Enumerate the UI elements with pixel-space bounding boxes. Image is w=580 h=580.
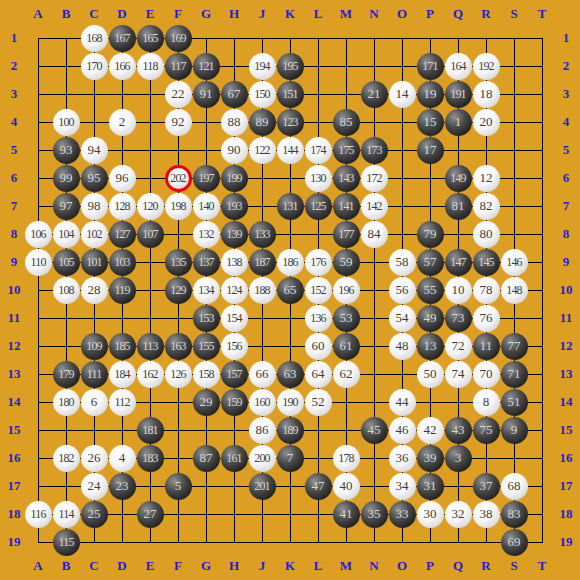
column-label-top: M	[335, 6, 357, 22]
move-number: 193	[226, 199, 242, 214]
move-number: 173	[366, 143, 382, 158]
stone-J9-black: 187	[249, 249, 276, 276]
move-number: 5	[175, 478, 182, 494]
stone-C7-white: 98	[81, 193, 108, 220]
stone-Q6-black: 149	[445, 165, 472, 192]
move-number: 41	[340, 506, 353, 522]
row-label-left: 19	[3, 534, 25, 550]
move-number: 75	[480, 422, 493, 438]
stone-N18-black: 35	[361, 501, 388, 528]
stone-Q15-black: 43	[445, 417, 472, 444]
stone-G16-black: 87	[193, 445, 220, 472]
row-label-left: 11	[3, 310, 25, 326]
move-number: 190	[282, 395, 298, 410]
row-label-left: 8	[3, 226, 25, 242]
move-number: 99	[60, 170, 73, 186]
move-number: 105	[58, 255, 74, 270]
stone-E15-black: 181	[137, 417, 164, 444]
stone-F2-black: 117	[165, 53, 192, 80]
stone-M16-white: 178	[333, 445, 360, 472]
move-number: 69	[508, 534, 521, 550]
move-number: 63	[284, 366, 297, 382]
stone-C14-white: 6	[81, 389, 108, 416]
stone-R10-white: 78	[473, 277, 500, 304]
move-number: 73	[452, 310, 465, 326]
stone-K5-white: 144	[277, 137, 304, 164]
move-number: 146	[506, 255, 522, 270]
stone-L13-white: 64	[305, 361, 332, 388]
stone-C2-white: 170	[81, 53, 108, 80]
move-number: 157	[226, 367, 242, 382]
row-label-right: 11	[555, 310, 577, 326]
move-number: 133	[254, 227, 270, 242]
stone-C18-black: 25	[81, 501, 108, 528]
stone-B7-black: 97	[53, 193, 80, 220]
move-number: 174	[310, 143, 326, 158]
move-number: 24	[88, 478, 101, 494]
stone-E18-black: 27	[137, 501, 164, 528]
move-number: 100	[58, 115, 74, 130]
move-number: 13	[424, 338, 437, 354]
column-label-top: S	[503, 6, 525, 22]
stone-M13-white: 62	[333, 361, 360, 388]
move-number: 136	[310, 311, 326, 326]
move-number: 183	[142, 451, 158, 466]
move-number: 96	[116, 170, 129, 186]
move-number: 68	[508, 478, 521, 494]
column-label-bottom: J	[251, 558, 273, 574]
row-label-left: 13	[3, 366, 25, 382]
move-number: 104	[58, 227, 74, 242]
stone-J15-white: 86	[249, 417, 276, 444]
move-number: 88	[228, 114, 241, 130]
move-number: 161	[226, 451, 242, 466]
move-number: 72	[452, 338, 465, 354]
row-label-right: 19	[555, 534, 577, 550]
stone-G14-black: 29	[193, 389, 220, 416]
stone-C1-white: 168	[81, 25, 108, 52]
move-number: 84	[368, 226, 381, 242]
stone-M7-black: 141	[333, 193, 360, 220]
move-number: 163	[170, 339, 186, 354]
stone-F17-black: 5	[165, 473, 192, 500]
stone-B14-white: 180	[53, 389, 80, 416]
move-number: 22	[172, 86, 185, 102]
move-number: 61	[340, 338, 353, 354]
stone-F4-white: 92	[165, 109, 192, 136]
move-number: 79	[424, 226, 437, 242]
stone-A8-white: 106	[25, 221, 52, 248]
move-number: 200	[254, 451, 270, 466]
row-label-left: 17	[3, 478, 25, 494]
row-label-right: 17	[555, 478, 577, 494]
move-number: 36	[396, 450, 409, 466]
move-number: 76	[480, 310, 493, 326]
stone-P10-black: 55	[417, 277, 444, 304]
stone-P16-black: 39	[417, 445, 444, 472]
row-label-right: 13	[555, 366, 577, 382]
column-label-top: K	[279, 6, 301, 22]
row-label-right: 14	[555, 394, 577, 410]
stone-P5-black: 17	[417, 137, 444, 164]
row-label-left: 7	[3, 198, 25, 214]
move-number: 137	[198, 255, 214, 270]
move-number: 39	[424, 450, 437, 466]
stone-D2-white: 166	[109, 53, 136, 80]
move-number: 176	[310, 255, 326, 270]
column-label-top: P	[419, 6, 441, 22]
column-label-bottom: N	[363, 558, 385, 574]
move-number: 59	[340, 254, 353, 270]
move-number: 43	[452, 422, 465, 438]
stone-M10-white: 196	[333, 277, 360, 304]
move-number: 66	[256, 366, 269, 382]
column-label-bottom: Q	[447, 558, 469, 574]
move-number: 20	[480, 114, 493, 130]
stone-S13-black: 71	[501, 361, 528, 388]
move-number: 12	[480, 170, 493, 186]
move-number: 106	[30, 227, 46, 242]
row-label-left: 9	[3, 254, 25, 270]
move-number: 143	[338, 171, 354, 186]
stone-E7-white: 120	[137, 193, 164, 220]
move-number: 181	[142, 423, 158, 438]
row-label-right: 18	[555, 506, 577, 522]
stone-O11-white: 54	[389, 305, 416, 332]
stone-D10-black: 119	[109, 277, 136, 304]
stone-N3-black: 21	[361, 81, 388, 108]
move-number: 31	[424, 478, 437, 494]
stone-S14-black: 51	[501, 389, 528, 416]
move-number: 44	[396, 394, 409, 410]
move-number: 192	[478, 59, 494, 74]
stone-G10-white: 134	[193, 277, 220, 304]
stone-K9-white: 186	[277, 249, 304, 276]
move-number: 138	[226, 255, 242, 270]
stone-G6-black: 197	[193, 165, 220, 192]
stone-M5-black: 175	[333, 137, 360, 164]
stone-P3-black: 19	[417, 81, 444, 108]
move-number: 52	[312, 394, 325, 410]
stone-R17-black: 37	[473, 473, 500, 500]
stone-R4-white: 20	[473, 109, 500, 136]
move-number: 160	[254, 395, 270, 410]
move-number: 56	[396, 282, 409, 298]
move-number: 32	[452, 506, 465, 522]
row-label-right: 2	[555, 58, 577, 74]
stone-S15-black: 9	[501, 417, 528, 444]
stone-P13-white: 50	[417, 361, 444, 388]
move-number: 162	[142, 367, 158, 382]
stone-L6-white: 130	[305, 165, 332, 192]
move-number: 198	[170, 199, 186, 214]
move-number: 89	[256, 114, 269, 130]
move-number: 115	[58, 535, 73, 550]
move-number: 14	[396, 86, 409, 102]
stone-D8-black: 127	[109, 221, 136, 248]
stone-R9-black: 145	[473, 249, 500, 276]
stone-J3-white: 150	[249, 81, 276, 108]
move-number: 201	[254, 479, 270, 494]
stone-H14-black: 159	[221, 389, 248, 416]
move-number: 42	[424, 422, 437, 438]
move-number: 117	[170, 59, 185, 74]
stone-Q11-black: 73	[445, 305, 472, 332]
move-number: 9	[511, 422, 518, 438]
stone-D1-black: 167	[109, 25, 136, 52]
row-label-left: 2	[3, 58, 25, 74]
stone-H4-white: 88	[221, 109, 248, 136]
move-number: 91	[200, 86, 213, 102]
stone-F12-black: 163	[165, 333, 192, 360]
stone-O9-white: 58	[389, 249, 416, 276]
move-number: 166	[114, 59, 130, 74]
move-number: 155	[198, 339, 214, 354]
stone-M11-black: 53	[333, 305, 360, 332]
move-number: 83	[508, 506, 521, 522]
move-number: 109	[86, 339, 102, 354]
stone-S12-black: 77	[501, 333, 528, 360]
row-label-right: 4	[555, 114, 577, 130]
move-number: 107	[142, 227, 158, 242]
move-number: 202	[170, 171, 186, 186]
column-label-bottom: M	[335, 558, 357, 574]
move-number: 71	[508, 366, 521, 382]
move-number: 125	[310, 199, 326, 214]
move-number: 196	[338, 283, 354, 298]
column-label-top: A	[27, 6, 49, 22]
move-number: 74	[452, 366, 465, 382]
stone-E8-black: 107	[137, 221, 164, 248]
stone-H13-black: 157	[221, 361, 248, 388]
stone-K13-black: 63	[277, 361, 304, 388]
stone-O17-white: 34	[389, 473, 416, 500]
move-number: 135	[170, 255, 186, 270]
stone-A18-white: 116	[25, 501, 52, 528]
stone-M12-black: 61	[333, 333, 360, 360]
stone-L11-white: 136	[305, 305, 332, 332]
stone-C10-white: 28	[81, 277, 108, 304]
move-number: 131	[282, 199, 298, 214]
stone-R8-white: 80	[473, 221, 500, 248]
stone-R6-white: 12	[473, 165, 500, 192]
move-number: 195	[282, 59, 298, 74]
stone-K16-black: 7	[277, 445, 304, 472]
move-number: 167	[114, 31, 130, 46]
row-label-right: 15	[555, 422, 577, 438]
move-number: 80	[480, 226, 493, 242]
stone-G12-black: 155	[193, 333, 220, 360]
column-label-bottom: S	[503, 558, 525, 574]
stone-S10-white: 148	[501, 277, 528, 304]
stone-H10-white: 124	[221, 277, 248, 304]
row-label-right: 3	[555, 86, 577, 102]
stone-J17-black: 201	[249, 473, 276, 500]
column-label-top: D	[111, 6, 133, 22]
stone-B19-black: 115	[53, 529, 80, 556]
row-label-left: 6	[3, 170, 25, 186]
move-number: 197	[198, 171, 214, 186]
move-number: 152	[310, 283, 326, 298]
move-number: 129	[170, 283, 186, 298]
move-number: 47	[312, 478, 325, 494]
stone-R14-white: 8	[473, 389, 500, 416]
stone-C9-black: 101	[81, 249, 108, 276]
stone-G2-black: 121	[193, 53, 220, 80]
column-label-bottom: G	[195, 558, 217, 574]
move-number: 144	[282, 143, 298, 158]
move-number: 26	[88, 450, 101, 466]
stone-C12-black: 109	[81, 333, 108, 360]
move-number: 191	[450, 87, 466, 102]
move-number: 151	[282, 87, 298, 102]
row-label-left: 18	[3, 506, 25, 522]
stone-O12-white: 48	[389, 333, 416, 360]
stone-K10-black: 65	[277, 277, 304, 304]
move-number: 29	[200, 394, 213, 410]
move-number: 111	[87, 367, 102, 382]
stone-B9-black: 105	[53, 249, 80, 276]
column-label-top: H	[223, 6, 245, 22]
stone-C13-black: 111	[81, 361, 108, 388]
stone-G3-black: 91	[193, 81, 220, 108]
move-number: 170	[86, 59, 102, 74]
stone-H6-black: 199	[221, 165, 248, 192]
stone-F1-black: 169	[165, 25, 192, 52]
move-number: 199	[226, 171, 242, 186]
move-number: 101	[86, 255, 102, 270]
stone-J13-white: 66	[249, 361, 276, 388]
stone-E13-white: 162	[137, 361, 164, 388]
stone-D14-white: 112	[109, 389, 136, 416]
stone-M8-black: 177	[333, 221, 360, 248]
column-label-top: B	[55, 6, 77, 22]
move-number: 53	[340, 310, 353, 326]
column-label-top: F	[167, 6, 189, 22]
move-number: 34	[396, 478, 409, 494]
move-number: 11	[480, 338, 493, 354]
move-number: 55	[424, 282, 437, 298]
column-label-bottom: T	[531, 558, 553, 574]
move-number: 1	[455, 114, 462, 130]
stone-F13-white: 126	[165, 361, 192, 388]
move-number: 147	[450, 255, 466, 270]
move-number: 182	[58, 451, 74, 466]
stone-R7-white: 82	[473, 193, 500, 220]
stone-M9-black: 59	[333, 249, 360, 276]
move-number: 145	[478, 255, 494, 270]
stone-D6-white: 96	[109, 165, 136, 192]
stone-F7-white: 198	[165, 193, 192, 220]
stone-H16-black: 161	[221, 445, 248, 472]
column-label-bottom: B	[55, 558, 77, 574]
move-number: 121	[198, 59, 214, 74]
stone-L12-white: 60	[305, 333, 332, 360]
stone-D16-white: 4	[109, 445, 136, 472]
move-number: 140	[198, 199, 214, 214]
move-number: 141	[338, 199, 354, 214]
column-label-bottom: E	[139, 558, 161, 574]
stone-O16-white: 36	[389, 445, 416, 472]
move-number: 23	[116, 478, 129, 494]
move-number: 126	[170, 367, 186, 382]
move-number: 113	[142, 339, 157, 354]
stone-K14-white: 190	[277, 389, 304, 416]
stone-R3-white: 18	[473, 81, 500, 108]
stone-R2-white: 192	[473, 53, 500, 80]
move-number: 45	[368, 422, 381, 438]
stone-P17-black: 31	[417, 473, 444, 500]
stone-Q2-white: 164	[445, 53, 472, 80]
stone-H9-white: 138	[221, 249, 248, 276]
stone-Q13-white: 74	[445, 361, 472, 388]
move-number: 108	[58, 283, 74, 298]
stone-H5-white: 90	[221, 137, 248, 164]
stone-F10-black: 129	[165, 277, 192, 304]
move-number: 171	[422, 59, 438, 74]
move-number: 123	[282, 115, 298, 130]
stone-Q4-black: 1	[445, 109, 472, 136]
column-label-bottom: D	[111, 558, 133, 574]
move-number: 177	[338, 227, 354, 242]
move-number: 159	[226, 395, 242, 410]
stone-G11-black: 153	[193, 305, 220, 332]
move-number: 27	[144, 506, 157, 522]
stone-A9-white: 110	[25, 249, 52, 276]
stone-K15-black: 189	[277, 417, 304, 444]
move-number: 118	[142, 59, 157, 74]
move-number: 98	[88, 198, 101, 214]
stone-E1-black: 165	[137, 25, 164, 52]
row-label-right: 7	[555, 198, 577, 214]
stone-D7-white: 128	[109, 193, 136, 220]
row-label-right: 16	[555, 450, 577, 466]
row-label-right: 10	[555, 282, 577, 298]
move-number: 179	[58, 367, 74, 382]
stone-Q3-black: 191	[445, 81, 472, 108]
move-number: 187	[254, 255, 270, 270]
stone-E2-white: 118	[137, 53, 164, 80]
column-label-top: J	[251, 6, 273, 22]
move-number: 97	[60, 198, 73, 214]
stone-H12-white: 156	[221, 333, 248, 360]
column-label-top: N	[363, 6, 385, 22]
move-number: 130	[310, 171, 326, 186]
row-label-right: 9	[555, 254, 577, 270]
move-number: 46	[396, 422, 409, 438]
stone-R12-black: 11	[473, 333, 500, 360]
move-number: 103	[114, 255, 130, 270]
stone-D12-black: 185	[109, 333, 136, 360]
move-number: 194	[254, 59, 270, 74]
row-label-right: 8	[555, 226, 577, 242]
row-label-right: 5	[555, 142, 577, 158]
column-label-top: G	[195, 6, 217, 22]
move-number: 94	[88, 142, 101, 158]
move-number: 93	[60, 142, 73, 158]
move-number: 18	[480, 86, 493, 102]
move-number: 124	[226, 283, 242, 298]
move-number: 2	[119, 114, 126, 130]
move-number: 142	[366, 199, 382, 214]
stone-N5-black: 173	[361, 137, 388, 164]
move-number: 184	[114, 367, 130, 382]
move-number: 149	[450, 171, 466, 186]
move-number: 114	[58, 507, 73, 522]
stone-O15-white: 46	[389, 417, 416, 444]
stone-F9-black: 135	[165, 249, 192, 276]
move-number: 169	[170, 31, 186, 46]
